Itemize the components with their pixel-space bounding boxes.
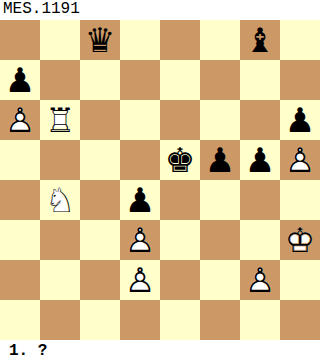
- square-h2[interactable]: [280, 260, 320, 300]
- white-rook-fill: ♜: [40, 100, 80, 140]
- square-g2[interactable]: ♟♙: [240, 260, 280, 300]
- square-a5[interactable]: [0, 140, 40, 180]
- white-knight-fill: ♞: [40, 180, 80, 220]
- white-pawn: ♙: [240, 260, 280, 300]
- square-d4[interactable]: ♟: [120, 180, 160, 220]
- square-d7[interactable]: [120, 60, 160, 100]
- square-b8[interactable]: [40, 20, 80, 60]
- move-prompt: 1. ?: [0, 340, 320, 360]
- square-a3[interactable]: [0, 220, 40, 260]
- white-pawn-fill: ♟: [280, 140, 320, 180]
- square-d3[interactable]: ♟♙: [120, 220, 160, 260]
- white-king: ♔: [280, 220, 320, 260]
- black-pawn: ♟: [280, 100, 320, 140]
- square-a4[interactable]: [0, 180, 40, 220]
- square-d1[interactable]: [120, 300, 160, 340]
- white-pawn: ♙: [120, 260, 160, 300]
- white-pawn: ♙: [120, 220, 160, 260]
- white-pawn: ♙: [0, 100, 40, 140]
- square-c4[interactable]: [80, 180, 120, 220]
- black-pawn: ♟: [240, 140, 280, 180]
- square-b4[interactable]: ♞♘: [40, 180, 80, 220]
- square-f2[interactable]: [200, 260, 240, 300]
- square-b6[interactable]: ♜♖: [40, 100, 80, 140]
- square-b7[interactable]: [40, 60, 80, 100]
- square-b3[interactable]: [40, 220, 80, 260]
- square-g7[interactable]: [240, 60, 280, 100]
- black-bishop: ♝: [240, 20, 280, 60]
- diagram-title: MES.1191: [0, 0, 320, 20]
- square-h1[interactable]: [280, 300, 320, 340]
- square-c8[interactable]: ♛: [80, 20, 120, 60]
- square-d2[interactable]: ♟♙: [120, 260, 160, 300]
- square-a7[interactable]: ♟: [0, 60, 40, 100]
- square-h6[interactable]: ♟: [280, 100, 320, 140]
- white-king-fill: ♚: [280, 220, 320, 260]
- black-queen: ♛: [80, 20, 120, 60]
- white-pawn: ♙: [280, 140, 320, 180]
- square-d6[interactable]: [120, 100, 160, 140]
- square-h3[interactable]: ♚♔: [280, 220, 320, 260]
- square-c3[interactable]: [80, 220, 120, 260]
- square-c7[interactable]: [80, 60, 120, 100]
- square-b2[interactable]: [40, 260, 80, 300]
- square-b5[interactable]: [40, 140, 80, 180]
- square-h8[interactable]: [280, 20, 320, 60]
- square-c5[interactable]: [80, 140, 120, 180]
- white-pawn-fill: ♟: [240, 260, 280, 300]
- white-pawn-fill: ♟: [120, 220, 160, 260]
- square-g3[interactable]: [240, 220, 280, 260]
- white-pawn-fill: ♟: [120, 260, 160, 300]
- square-c1[interactable]: [80, 300, 120, 340]
- square-g5[interactable]: ♟: [240, 140, 280, 180]
- black-pawn: ♟: [120, 180, 160, 220]
- square-e5[interactable]: ♚: [160, 140, 200, 180]
- square-h4[interactable]: [280, 180, 320, 220]
- square-e1[interactable]: [160, 300, 200, 340]
- square-f4[interactable]: [200, 180, 240, 220]
- white-pawn-fill: ♟: [0, 100, 40, 140]
- chess-board: ♛♝♟♟♙♜♖♟♚♟♟♟♙♞♘♟♟♙♚♔♟♙♟♙: [0, 20, 320, 340]
- square-b1[interactable]: [40, 300, 80, 340]
- square-e7[interactable]: [160, 60, 200, 100]
- square-e4[interactable]: [160, 180, 200, 220]
- square-f7[interactable]: [200, 60, 240, 100]
- square-f3[interactable]: [200, 220, 240, 260]
- square-c2[interactable]: [80, 260, 120, 300]
- square-c6[interactable]: [80, 100, 120, 140]
- square-g8[interactable]: ♝: [240, 20, 280, 60]
- square-h5[interactable]: ♟♙: [280, 140, 320, 180]
- square-a1[interactable]: [0, 300, 40, 340]
- square-e3[interactable]: [160, 220, 200, 260]
- black-pawn: ♟: [0, 60, 40, 100]
- black-king: ♚: [160, 140, 200, 180]
- square-f6[interactable]: [200, 100, 240, 140]
- square-e6[interactable]: [160, 100, 200, 140]
- square-a6[interactable]: ♟♙: [0, 100, 40, 140]
- square-e8[interactable]: [160, 20, 200, 60]
- square-g1[interactable]: [240, 300, 280, 340]
- square-g4[interactable]: [240, 180, 280, 220]
- square-g6[interactable]: [240, 100, 280, 140]
- square-a2[interactable]: [0, 260, 40, 300]
- black-pawn: ♟: [200, 140, 240, 180]
- square-d5[interactable]: [120, 140, 160, 180]
- square-h7[interactable]: [280, 60, 320, 100]
- white-knight: ♘: [40, 180, 80, 220]
- square-a8[interactable]: [0, 20, 40, 60]
- white-rook: ♖: [40, 100, 80, 140]
- square-e2[interactable]: [160, 260, 200, 300]
- square-f1[interactable]: [200, 300, 240, 340]
- square-f5[interactable]: ♟: [200, 140, 240, 180]
- square-d8[interactable]: [120, 20, 160, 60]
- square-f8[interactable]: [200, 20, 240, 60]
